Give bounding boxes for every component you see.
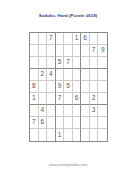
- sudoku-cell-r3c3: [47, 57, 56, 69]
- sudoku-cell-r8c8: [90, 117, 99, 129]
- sudoku-cell-r3c5: 7: [64, 57, 73, 69]
- sudoku-cell-r7c2: 4: [39, 105, 48, 117]
- sudoku-cell-r1c4: [56, 33, 65, 45]
- sudoku-cell-r2c2: [39, 45, 48, 57]
- sudoku-cell-r9c6: [73, 129, 82, 141]
- sudoku-cell-r3c2: [39, 57, 48, 69]
- sudoku-cell-r6c9: [98, 93, 107, 105]
- sudoku-cell-r4c6: [73, 69, 82, 81]
- sudoku-cell-r5c7: [81, 81, 90, 93]
- sudoku-cell-r3c9: [98, 57, 107, 69]
- sudoku-cell-r8c6: [73, 117, 82, 129]
- sudoku-cell-r3c7: [81, 57, 90, 69]
- sudoku-cell-r1c2: [39, 33, 48, 45]
- sudoku-cell-r7c6: [73, 105, 82, 117]
- sudoku-cell-r3c4: 5: [56, 57, 65, 69]
- sudoku-cell-r4c8: [90, 69, 99, 81]
- sudoku-cell-r6c4: 7: [56, 93, 65, 105]
- sudoku-cell-r7c7: [81, 105, 90, 117]
- sudoku-cell-r7c4: [56, 105, 65, 117]
- sudoku-cell-r4c9: [98, 69, 107, 81]
- sudoku-cell-r1c8: [90, 33, 99, 45]
- sudoku-grid: 716795724895176243761: [29, 32, 108, 142]
- sudoku-cell-r1c3: 7: [47, 33, 56, 45]
- sudoku-cell-r9c8: [90, 129, 99, 141]
- sudoku-cell-r6c5: [64, 93, 73, 105]
- sudoku-cell-r1c6: 1: [73, 33, 82, 45]
- sudoku-cell-r7c5: [64, 105, 73, 117]
- sudoku-cell-r8c9: [98, 117, 107, 129]
- sudoku-cell-r5c6: [73, 81, 82, 93]
- sudoku-cell-r9c7: [81, 129, 90, 141]
- footer-url: www.printmysudoku.com: [0, 163, 136, 167]
- sudoku-cell-r2c6: [73, 45, 82, 57]
- sudoku-cell-r8c5: [64, 117, 73, 129]
- sudoku-cell-r2c8: 7: [90, 45, 99, 57]
- sudoku-cell-r8c1: 7: [30, 117, 39, 129]
- sudoku-cell-r9c4: 1: [56, 129, 65, 141]
- sudoku-cell-r4c2: 2: [39, 69, 48, 81]
- sudoku-cell-r4c4: [56, 69, 65, 81]
- sudoku-cell-r1c5: [64, 33, 73, 45]
- sudoku-cell-r1c9: [98, 33, 107, 45]
- sudoku-cell-r7c3: [47, 105, 56, 117]
- printable-sudoku-page: Sudoku, Hard (Puzzle #618) 7167957248951…: [0, 0, 136, 176]
- sudoku-cell-r4c1: [30, 69, 39, 81]
- sudoku-cell-r2c3: [47, 45, 56, 57]
- sudoku-cell-r9c5: [64, 129, 73, 141]
- sudoku-cell-r5c5: 5: [64, 81, 73, 93]
- sudoku-cell-r5c3: [47, 81, 56, 93]
- sudoku-cell-r1c1: [30, 33, 39, 45]
- sudoku-cell-r9c2: [39, 129, 48, 141]
- sudoku-cell-r9c9: [98, 129, 107, 141]
- sudoku-cell-r3c1: [30, 57, 39, 69]
- sudoku-cell-r6c7: [81, 93, 90, 105]
- sudoku-cell-r4c7: [81, 69, 90, 81]
- sudoku-cell-r7c9: [98, 105, 107, 117]
- sudoku-cell-r6c8: 2: [90, 93, 99, 105]
- sudoku-cell-r8c2: 6: [39, 117, 48, 129]
- sudoku-cell-r8c7: [81, 117, 90, 129]
- sudoku-cell-r6c1: 1: [30, 93, 39, 105]
- sudoku-cell-r8c3: [47, 117, 56, 129]
- sudoku-cell-r1c7: 6: [81, 33, 90, 45]
- sudoku-cell-r6c6: 6: [73, 93, 82, 105]
- sudoku-cell-r7c8: 3: [90, 105, 99, 117]
- sudoku-cell-r2c4: [56, 45, 65, 57]
- sudoku-cell-r5c8: [90, 81, 99, 93]
- sudoku-cell-r9c3: [47, 129, 56, 141]
- sudoku-cell-r5c2: [39, 81, 48, 93]
- sudoku-cell-r5c9: [98, 81, 107, 93]
- sudoku-cell-r3c6: [73, 57, 82, 69]
- sudoku-cell-r6c3: [47, 93, 56, 105]
- sudoku-cell-r5c1: 8: [30, 81, 39, 93]
- sudoku-cell-r3c8: [90, 57, 99, 69]
- sudoku-cell-r4c3: 4: [47, 69, 56, 81]
- sudoku-cell-r8c4: [56, 117, 65, 129]
- puzzle-title: Sudoku, Hard (Puzzle #618): [0, 13, 136, 18]
- sudoku-cell-r9c1: [30, 129, 39, 141]
- sudoku-cell-r2c5: [64, 45, 73, 57]
- sudoku-cell-r2c1: [30, 45, 39, 57]
- sudoku-cell-r2c9: 9: [98, 45, 107, 57]
- sudoku-cell-r2c7: [81, 45, 90, 57]
- sudoku-cell-r6c2: [39, 93, 48, 105]
- sudoku-cell-r5c4: 9: [56, 81, 65, 93]
- sudoku-cell-r7c1: [30, 105, 39, 117]
- sudoku-cell-r4c5: [64, 69, 73, 81]
